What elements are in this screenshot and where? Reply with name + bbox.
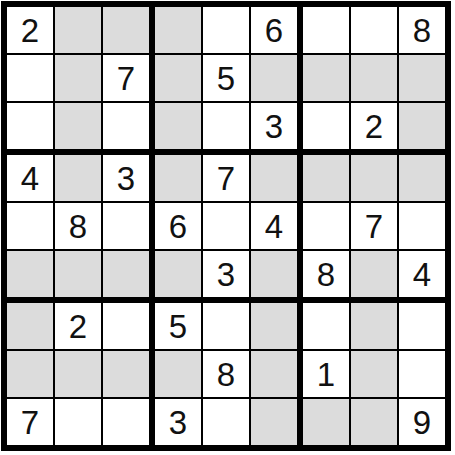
sudoku-cell-r9c3[interactable] — [103, 399, 149, 445]
sudoku-cell-r9c9: 9 — [399, 399, 445, 445]
sudoku-cell-r1c3[interactable] — [103, 7, 149, 53]
sudoku-cell-r4c7[interactable] — [303, 155, 349, 201]
sudoku-cell-r3c6: 3 — [251, 103, 297, 149]
box-r3c1: 27 — [7, 303, 149, 445]
sudoku-cell-r3c4[interactable] — [155, 103, 201, 149]
sudoku-cell-r1c6: 6 — [251, 7, 297, 53]
sudoku-cell-r8c8[interactable] — [351, 351, 397, 397]
sudoku-cell-r6c1[interactable] — [7, 251, 53, 297]
sudoku-cell-r4c5: 7 — [203, 155, 249, 201]
sudoku-cell-r2c8[interactable] — [351, 55, 397, 101]
sudoku-cell-r1c5[interactable] — [203, 7, 249, 53]
sudoku-cell-r6c4[interactable] — [155, 251, 201, 297]
sudoku-cell-r2c2[interactable] — [55, 55, 101, 101]
sudoku-cell-r7c9[interactable] — [399, 303, 445, 349]
sudoku-cell-r7c1[interactable] — [7, 303, 53, 349]
sudoku-cell-r2c9[interactable] — [399, 55, 445, 101]
sudoku-cell-r2c3: 7 — [103, 55, 149, 101]
sudoku-cell-r5c9[interactable] — [399, 203, 445, 249]
sudoku-cell-r9c7[interactable] — [303, 399, 349, 445]
sudoku-cell-r4c1: 4 — [7, 155, 53, 201]
sudoku-cell-r4c9[interactable] — [399, 155, 445, 201]
sudoku-cell-r1c8[interactable] — [351, 7, 397, 53]
sudoku-cell-r6c7: 8 — [303, 251, 349, 297]
sudoku-cell-r9c1: 7 — [7, 399, 53, 445]
box-r1c3: 82 — [303, 7, 445, 149]
sudoku-cell-r8c7: 1 — [303, 351, 349, 397]
sudoku-cell-r1c7[interactable] — [303, 7, 349, 53]
sudoku-cell-r6c8[interactable] — [351, 251, 397, 297]
sudoku-cell-r4c6[interactable] — [251, 155, 297, 201]
sudoku-cell-r3c8: 2 — [351, 103, 397, 149]
box-r1c2: 653 — [155, 7, 297, 149]
box-r1c1: 27 — [7, 7, 149, 149]
sudoku-cell-r4c8[interactable] — [351, 155, 397, 201]
sudoku-cell-r7c3[interactable] — [103, 303, 149, 349]
sudoku-cell-r9c8[interactable] — [351, 399, 397, 445]
sudoku-cell-r8c1[interactable] — [7, 351, 53, 397]
sudoku-cell-r1c1: 2 — [7, 7, 53, 53]
sudoku-cell-r9c4: 3 — [155, 399, 201, 445]
sudoku-cell-r5c3[interactable] — [103, 203, 149, 249]
sudoku-cell-r4c2[interactable] — [55, 155, 101, 201]
sudoku-cell-r5c7[interactable] — [303, 203, 349, 249]
sudoku-cell-r3c7[interactable] — [303, 103, 349, 149]
sudoku-cell-r5c5[interactable] — [203, 203, 249, 249]
sudoku-cell-r7c2: 2 — [55, 303, 101, 349]
sudoku-cell-r1c9: 8 — [399, 7, 445, 53]
sudoku-board: 276538243876437842758319 — [1, 1, 451, 451]
sudoku-cell-r6c5: 3 — [203, 251, 249, 297]
box-r2c1: 438 — [7, 155, 149, 297]
sudoku-cell-r3c1[interactable] — [7, 103, 53, 149]
sudoku-cell-r2c5: 5 — [203, 55, 249, 101]
box-r3c3: 19 — [303, 303, 445, 445]
sudoku-cell-r7c8[interactable] — [351, 303, 397, 349]
sudoku-cell-r8c3[interactable] — [103, 351, 149, 397]
sudoku-cell-r3c2[interactable] — [55, 103, 101, 149]
sudoku-cell-r6c9: 4 — [399, 251, 445, 297]
sudoku-cell-r2c1[interactable] — [7, 55, 53, 101]
sudoku-cell-r4c3: 3 — [103, 155, 149, 201]
sudoku-cell-r7c4: 5 — [155, 303, 201, 349]
sudoku-cell-r3c3[interactable] — [103, 103, 149, 149]
sudoku-cell-r1c2[interactable] — [55, 7, 101, 53]
sudoku-cell-r5c6: 4 — [251, 203, 297, 249]
sudoku-cell-r8c5: 8 — [203, 351, 249, 397]
sudoku-cell-r6c6[interactable] — [251, 251, 297, 297]
sudoku-cell-r9c6[interactable] — [251, 399, 297, 445]
sudoku-cell-r8c9[interactable] — [399, 351, 445, 397]
sudoku-cell-r3c9[interactable] — [399, 103, 445, 149]
sudoku-cell-r7c7[interactable] — [303, 303, 349, 349]
sudoku-cell-r7c6[interactable] — [251, 303, 297, 349]
sudoku-cell-r6c3[interactable] — [103, 251, 149, 297]
sudoku-cell-r5c2: 8 — [55, 203, 101, 249]
box-r3c2: 583 — [155, 303, 297, 445]
sudoku-cell-r2c4[interactable] — [155, 55, 201, 101]
sudoku-cell-r8c2[interactable] — [55, 351, 101, 397]
sudoku-page: 276538243876437842758319 — [0, 0, 455, 455]
sudoku-cell-r5c4: 6 — [155, 203, 201, 249]
sudoku-cell-r5c8: 7 — [351, 203, 397, 249]
sudoku-cell-r6c2[interactable] — [55, 251, 101, 297]
sudoku-cell-r7c5[interactable] — [203, 303, 249, 349]
sudoku-cell-r1c4[interactable] — [155, 7, 201, 53]
sudoku-cell-r2c7[interactable] — [303, 55, 349, 101]
sudoku-cell-r2c6[interactable] — [251, 55, 297, 101]
sudoku-cell-r3c5[interactable] — [203, 103, 249, 149]
sudoku-cell-r5c1[interactable] — [7, 203, 53, 249]
box-r2c3: 784 — [303, 155, 445, 297]
box-r2c2: 7643 — [155, 155, 297, 297]
sudoku-cell-r9c5[interactable] — [203, 399, 249, 445]
sudoku-cell-r8c4[interactable] — [155, 351, 201, 397]
sudoku-cell-r9c2[interactable] — [55, 399, 101, 445]
sudoku-cell-r4c4[interactable] — [155, 155, 201, 201]
sudoku-cell-r8c6[interactable] — [251, 351, 297, 397]
